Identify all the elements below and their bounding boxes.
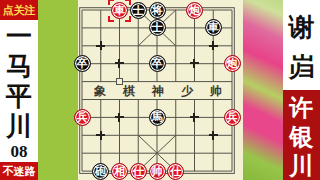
title-char: 一 — [6, 22, 32, 52]
player-char: 许 — [290, 94, 314, 123]
piece-black-soldier[interactable]: 卒 — [149, 55, 166, 72]
board-pieces-layer: 車士将炮士車卒卒炮兵馬兵砲相仕帅仕 — [78, 0, 243, 180]
right-panel: 谢 岿 许 银 川 — [283, 0, 320, 180]
piece-black-advisor[interactable]: 士 — [149, 19, 166, 36]
piece-black-advisor[interactable]: 士 — [130, 2, 147, 19]
piece-black-cannon[interactable]: 砲 — [92, 163, 109, 180]
player-char: 岿 — [289, 48, 315, 88]
piece-red-soldier[interactable]: 兵 — [224, 109, 241, 126]
video-thumbnail: 点关注 一 马 平 川 08 不迷路 — [0, 0, 320, 180]
piece-black-horse[interactable]: 馬 — [149, 109, 166, 126]
dont-get-lost-badge: 不迷路 — [0, 162, 38, 180]
player-name-black: 谢 岿 — [283, 0, 320, 90]
piece-black-soldier[interactable]: 卒 — [74, 55, 91, 72]
piece-red-advisor[interactable]: 仕 — [130, 163, 147, 180]
player-char: 谢 — [289, 8, 315, 48]
left-panel: 点关注 一 马 平 川 08 不迷路 — [0, 0, 38, 180]
piece-red-cannon[interactable]: 炮 — [224, 55, 241, 72]
piece-red-soldier[interactable]: 兵 — [74, 109, 91, 126]
episode-number: 08 — [11, 142, 28, 162]
series-title-panel: 一 马 平 川 08 — [0, 20, 38, 162]
subscribe-badge: 点关注 — [0, 0, 38, 20]
xiangqi-board[interactable]: 象 棋 神 少 帅 車士将炮士車卒卒炮兵馬兵砲相仕帅仕 — [78, 0, 243, 180]
title-char: 平 — [6, 82, 32, 112]
player-name-red: 许 银 川 — [283, 90, 320, 180]
piece-red-king[interactable]: 帅 — [149, 163, 166, 180]
flower-background-right — [243, 0, 283, 180]
piece-red-cannon[interactable]: 炮 — [186, 2, 203, 19]
piece-red-elephant[interactable]: 相 — [111, 163, 128, 180]
title-char: 马 — [6, 52, 32, 82]
flower-background-left — [38, 0, 78, 180]
player-char: 川 — [290, 152, 314, 180]
title-char: 川 — [6, 112, 32, 142]
piece-red-chariot[interactable]: 車 — [111, 2, 128, 19]
piece-black-chariot[interactable]: 車 — [205, 19, 222, 36]
piece-black-king[interactable]: 将 — [149, 2, 166, 19]
player-char: 银 — [290, 123, 314, 152]
piece-red-advisor[interactable]: 仕 — [167, 163, 184, 180]
